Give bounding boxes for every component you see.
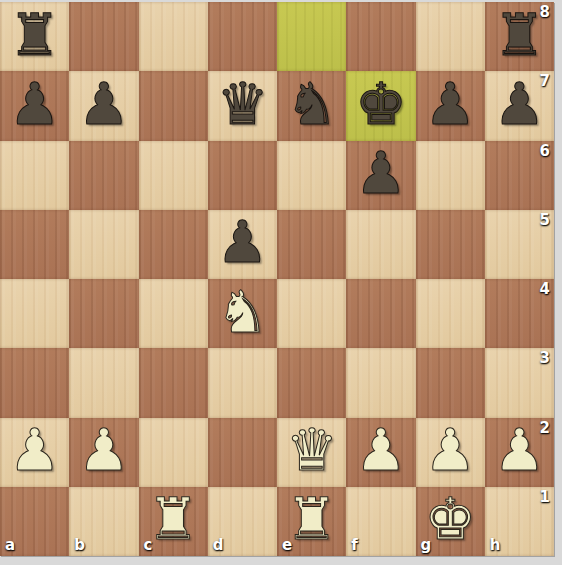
square-c3[interactable]	[139, 348, 208, 417]
square-b8[interactable]	[69, 2, 138, 71]
square-d8[interactable]	[208, 2, 277, 71]
square-d1[interactable]: d	[208, 487, 277, 556]
square-h5[interactable]: 5	[485, 210, 554, 279]
square-b4[interactable]	[69, 279, 138, 348]
white-rook-piece[interactable]: ♜	[147, 490, 199, 548]
black-queen-piece[interactable]: ♛	[216, 75, 268, 133]
white-king-piece[interactable]: ♚	[424, 490, 476, 548]
black-pawn-piece[interactable]: ♟	[78, 75, 130, 133]
white-pawn-piece[interactable]: ♟	[78, 421, 130, 479]
square-f8[interactable]	[346, 2, 415, 71]
square-g4[interactable]	[416, 279, 485, 348]
square-g1[interactable]: ♚g	[416, 487, 485, 556]
square-a7[interactable]: ♟	[0, 71, 69, 140]
file-label-d: d	[213, 538, 224, 553]
square-e5[interactable]	[277, 210, 346, 279]
square-f4[interactable]	[346, 279, 415, 348]
page-background: ♜♜8♟♟♛♞♚♟♟7♟6♟5♞43♟♟♛♟♟♟2ab♜cd♜ef♚g1h	[0, 0, 562, 565]
square-c1[interactable]: ♜c	[139, 487, 208, 556]
square-f3[interactable]	[346, 348, 415, 417]
rank-label-8: 8	[540, 5, 550, 20]
rank-label-6: 6	[540, 144, 550, 159]
square-e3[interactable]	[277, 348, 346, 417]
square-f6[interactable]: ♟	[346, 141, 415, 210]
square-b5[interactable]	[69, 210, 138, 279]
square-g7[interactable]: ♟	[416, 71, 485, 140]
square-f1[interactable]: f	[346, 487, 415, 556]
black-rook-piece[interactable]: ♜	[9, 6, 61, 64]
black-pawn-piece[interactable]: ♟	[9, 75, 61, 133]
file-label-b: b	[74, 538, 85, 553]
white-queen-piece[interactable]: ♛	[286, 421, 338, 479]
square-e1[interactable]: ♜e	[277, 487, 346, 556]
square-c8[interactable]	[139, 2, 208, 71]
white-rook-piece[interactable]: ♜	[286, 490, 338, 548]
square-g6[interactable]	[416, 141, 485, 210]
black-pawn-piece[interactable]: ♟	[355, 144, 407, 202]
file-label-e: e	[282, 538, 292, 553]
rank-label-7: 7	[540, 74, 550, 89]
chess-board: ♜♜8♟♟♛♞♚♟♟7♟6♟5♞43♟♟♛♟♟♟2ab♜cd♜ef♚g1h	[0, 2, 554, 556]
square-h6[interactable]: 6	[485, 141, 554, 210]
square-g3[interactable]	[416, 348, 485, 417]
square-e7[interactable]: ♞	[277, 71, 346, 140]
square-h7[interactable]: ♟7	[485, 71, 554, 140]
square-h4[interactable]: 4	[485, 279, 554, 348]
black-pawn-piece[interactable]: ♟	[493, 75, 545, 133]
square-a4[interactable]	[0, 279, 69, 348]
square-c7[interactable]	[139, 71, 208, 140]
file-label-h: h	[490, 538, 501, 553]
square-g2[interactable]: ♟	[416, 418, 485, 487]
file-label-c: c	[144, 538, 153, 553]
black-rook-piece[interactable]: ♜	[493, 6, 545, 64]
square-g5[interactable]	[416, 210, 485, 279]
square-e4[interactable]	[277, 279, 346, 348]
white-pawn-piece[interactable]: ♟	[424, 421, 476, 479]
white-pawn-piece[interactable]: ♟	[355, 421, 407, 479]
square-c5[interactable]	[139, 210, 208, 279]
square-a6[interactable]	[0, 141, 69, 210]
square-b6[interactable]	[69, 141, 138, 210]
square-d4[interactable]: ♞	[208, 279, 277, 348]
square-e6[interactable]	[277, 141, 346, 210]
square-d3[interactable]	[208, 348, 277, 417]
white-pawn-piece[interactable]: ♟	[9, 421, 61, 479]
white-knight-piece[interactable]: ♞	[216, 283, 268, 341]
square-d7[interactable]: ♛	[208, 71, 277, 140]
square-d2[interactable]	[208, 418, 277, 487]
rank-label-3: 3	[540, 351, 550, 366]
black-knight-piece[interactable]: ♞	[286, 75, 338, 133]
square-a3[interactable]	[0, 348, 69, 417]
square-c6[interactable]	[139, 141, 208, 210]
square-b7[interactable]: ♟	[69, 71, 138, 140]
square-g8[interactable]	[416, 2, 485, 71]
file-label-g: g	[421, 538, 432, 553]
square-c2[interactable]	[139, 418, 208, 487]
square-f2[interactable]: ♟	[346, 418, 415, 487]
square-a2[interactable]: ♟	[0, 418, 69, 487]
white-pawn-piece[interactable]: ♟	[493, 421, 545, 479]
square-b2[interactable]: ♟	[69, 418, 138, 487]
black-pawn-piece[interactable]: ♟	[216, 213, 268, 271]
square-h8[interactable]: ♜8	[485, 2, 554, 71]
rank-label-5: 5	[540, 213, 550, 228]
rank-label-2: 2	[540, 421, 550, 436]
square-a8[interactable]: ♜	[0, 2, 69, 71]
file-label-a: a	[5, 538, 15, 553]
square-h2[interactable]: ♟2	[485, 418, 554, 487]
square-a5[interactable]	[0, 210, 69, 279]
square-b3[interactable]	[69, 348, 138, 417]
square-a1[interactable]: a	[0, 487, 69, 556]
square-b1[interactable]: b	[69, 487, 138, 556]
black-king-piece[interactable]: ♚	[355, 75, 407, 133]
square-f5[interactable]	[346, 210, 415, 279]
square-h1[interactable]: 1h	[485, 487, 554, 556]
rank-label-1: 1	[540, 490, 550, 505]
black-pawn-piece[interactable]: ♟	[424, 75, 476, 133]
square-e2[interactable]: ♛	[277, 418, 346, 487]
rank-label-4: 4	[540, 282, 550, 297]
file-label-f: f	[351, 538, 358, 553]
square-f7[interactable]: ♚	[346, 71, 415, 140]
square-d6[interactable]	[208, 141, 277, 210]
square-h3[interactable]: 3	[485, 348, 554, 417]
square-e8[interactable]	[277, 2, 346, 71]
square-d5[interactable]: ♟	[208, 210, 277, 279]
square-c4[interactable]	[139, 279, 208, 348]
